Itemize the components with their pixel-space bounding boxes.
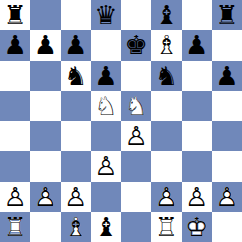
square-g1[interactable]: ♚♔ bbox=[182, 212, 212, 242]
square-g8[interactable] bbox=[182, 0, 212, 30]
piece-black-queen[interactable]: ♛ bbox=[91, 0, 121, 30]
square-a7[interactable]: ♟ bbox=[0, 30, 30, 60]
piece-white-rook[interactable]: ♜♖ bbox=[151, 212, 181, 242]
square-f7[interactable]: ♝♗ bbox=[151, 30, 181, 60]
square-d6[interactable]: ♟ bbox=[91, 61, 121, 91]
square-e6[interactable] bbox=[121, 61, 151, 91]
square-g2[interactable]: ♟♙ bbox=[182, 182, 212, 212]
square-b5[interactable] bbox=[30, 91, 60, 121]
square-e5[interactable]: ♞♘ bbox=[121, 91, 151, 121]
square-h5[interactable] bbox=[212, 91, 242, 121]
square-h2[interactable]: ♟♙ bbox=[212, 182, 242, 212]
piece-black-pawn[interactable]: ♟ bbox=[212, 61, 242, 91]
black-pawn-icon: ♟ bbox=[91, 61, 121, 91]
black-pawn-icon: ♟ bbox=[30, 30, 60, 60]
square-a4[interactable] bbox=[0, 121, 30, 151]
piece-white-pawn[interactable]: ♟♙ bbox=[91, 151, 121, 181]
square-e8[interactable] bbox=[121, 0, 151, 30]
piece-black-pawn[interactable]: ♟ bbox=[91, 61, 121, 91]
piece-white-pawn[interactable]: ♟♙ bbox=[0, 182, 30, 212]
square-a1[interactable]: ♜♖ bbox=[0, 212, 30, 242]
square-b2[interactable]: ♟♙ bbox=[30, 182, 60, 212]
square-b6[interactable] bbox=[30, 61, 60, 91]
piece-white-pawn[interactable]: ♟♙ bbox=[182, 182, 212, 212]
square-e7[interactable]: ♚ bbox=[121, 30, 151, 60]
piece-black-pawn[interactable]: ♟ bbox=[61, 30, 91, 60]
square-f5[interactable] bbox=[151, 91, 181, 121]
piece-white-bishop[interactable]: ♝♗ bbox=[151, 30, 181, 60]
white-pawn-outline-icon: ♙ bbox=[182, 182, 212, 212]
square-g5[interactable] bbox=[182, 91, 212, 121]
white-knight-outline-icon: ♘ bbox=[91, 91, 121, 121]
square-c6[interactable]: ♞ bbox=[61, 61, 91, 91]
white-bishop-outline-icon: ♗ bbox=[151, 30, 181, 60]
square-e2[interactable] bbox=[121, 182, 151, 212]
square-d3[interactable]: ♟♙ bbox=[91, 151, 121, 181]
square-d4[interactable] bbox=[91, 121, 121, 151]
square-d7[interactable] bbox=[91, 30, 121, 60]
piece-black-knight[interactable]: ♞ bbox=[61, 61, 91, 91]
square-d8[interactable]: ♛ bbox=[91, 0, 121, 30]
square-f1[interactable]: ♜♖ bbox=[151, 212, 181, 242]
square-f4[interactable] bbox=[151, 121, 181, 151]
piece-white-knight[interactable]: ♞♘ bbox=[121, 91, 151, 121]
square-h4[interactable] bbox=[212, 121, 242, 151]
piece-black-bishop[interactable]: ♝ bbox=[91, 212, 121, 242]
piece-white-king[interactable]: ♚♔ bbox=[182, 212, 212, 242]
square-e1[interactable] bbox=[121, 212, 151, 242]
white-king-outline-icon: ♔ bbox=[182, 212, 212, 242]
black-rook-icon: ♜ bbox=[0, 0, 30, 30]
white-pawn-outline-icon: ♙ bbox=[30, 182, 60, 212]
square-c1[interactable]: ♝♗ bbox=[61, 212, 91, 242]
piece-white-pawn[interactable]: ♟♙ bbox=[121, 121, 151, 151]
white-knight-outline-icon: ♘ bbox=[121, 91, 151, 121]
square-e3[interactable] bbox=[121, 151, 151, 181]
white-pawn-outline-icon: ♙ bbox=[212, 182, 242, 212]
black-bishop-icon: ♝ bbox=[151, 0, 181, 30]
square-g7[interactable]: ♟ bbox=[182, 30, 212, 60]
black-knight-icon: ♞ bbox=[61, 61, 91, 91]
white-rook-outline-icon: ♖ bbox=[0, 212, 30, 242]
square-c2[interactable]: ♟♙ bbox=[61, 182, 91, 212]
square-d5[interactable]: ♞♘ bbox=[91, 91, 121, 121]
white-rook-outline-icon: ♖ bbox=[151, 212, 181, 242]
square-f6[interactable]: ♞ bbox=[151, 61, 181, 91]
square-b7[interactable]: ♟ bbox=[30, 30, 60, 60]
piece-black-pawn[interactable]: ♟ bbox=[182, 30, 212, 60]
square-f8[interactable]: ♝ bbox=[151, 0, 181, 30]
square-g3[interactable] bbox=[182, 151, 212, 181]
black-pawn-icon: ♟ bbox=[61, 30, 91, 60]
square-f2[interactable]: ♟♙ bbox=[151, 182, 181, 212]
square-d2[interactable] bbox=[91, 182, 121, 212]
black-pawn-icon: ♟ bbox=[212, 61, 242, 91]
square-h8[interactable]: ♜ bbox=[212, 0, 242, 30]
square-c4[interactable] bbox=[61, 121, 91, 151]
square-d1[interactable]: ♝ bbox=[91, 212, 121, 242]
piece-white-knight[interactable]: ♞♘ bbox=[91, 91, 121, 121]
square-h1[interactable] bbox=[212, 212, 242, 242]
piece-white-pawn[interactable]: ♟♙ bbox=[151, 182, 181, 212]
piece-black-king[interactable]: ♚ bbox=[121, 30, 151, 60]
square-c8[interactable] bbox=[61, 0, 91, 30]
white-pawn-outline-icon: ♙ bbox=[61, 182, 91, 212]
chess-board: ♜♛♝♜♟♟♟♚♝♗♟♞♟♞♟♞♘♞♘♟♙♟♙♟♙♟♙♟♙♟♙♟♙♟♙♜♖♝♗♝… bbox=[0, 0, 242, 242]
piece-black-knight[interactable]: ♞ bbox=[151, 61, 181, 91]
piece-black-pawn[interactable]: ♟ bbox=[30, 30, 60, 60]
piece-white-rook[interactable]: ♜♖ bbox=[0, 212, 30, 242]
square-h7[interactable] bbox=[212, 30, 242, 60]
black-king-icon: ♚ bbox=[121, 30, 151, 60]
black-pawn-icon: ♟ bbox=[182, 30, 212, 60]
piece-black-rook[interactable]: ♜ bbox=[212, 0, 242, 30]
square-b4[interactable] bbox=[30, 121, 60, 151]
square-a3[interactable] bbox=[0, 151, 30, 181]
black-bishop-icon: ♝ bbox=[91, 212, 121, 242]
square-a5[interactable] bbox=[0, 91, 30, 121]
piece-white-pawn[interactable]: ♟♙ bbox=[61, 182, 91, 212]
square-c7[interactable]: ♟ bbox=[61, 30, 91, 60]
piece-black-bishop[interactable]: ♝ bbox=[151, 0, 181, 30]
piece-black-pawn[interactable]: ♟ bbox=[0, 30, 30, 60]
black-knight-icon: ♞ bbox=[151, 61, 181, 91]
white-bishop-outline-icon: ♗ bbox=[61, 212, 91, 242]
square-a8[interactable]: ♜ bbox=[0, 0, 30, 30]
black-rook-icon: ♜ bbox=[212, 0, 242, 30]
black-queen-icon: ♛ bbox=[91, 0, 121, 30]
square-a6[interactable] bbox=[0, 61, 30, 91]
square-h6[interactable]: ♟ bbox=[212, 61, 242, 91]
white-pawn-outline-icon: ♙ bbox=[0, 182, 30, 212]
square-b1[interactable] bbox=[30, 212, 60, 242]
piece-white-pawn[interactable]: ♟♙ bbox=[212, 182, 242, 212]
square-h3[interactable] bbox=[212, 151, 242, 181]
square-f3[interactable] bbox=[151, 151, 181, 181]
square-b8[interactable] bbox=[30, 0, 60, 30]
square-c3[interactable] bbox=[61, 151, 91, 181]
white-pawn-outline-icon: ♙ bbox=[91, 151, 121, 181]
square-g6[interactable] bbox=[182, 61, 212, 91]
square-b3[interactable] bbox=[30, 151, 60, 181]
square-a2[interactable]: ♟♙ bbox=[0, 182, 30, 212]
square-g4[interactable] bbox=[182, 121, 212, 151]
square-e4[interactable]: ♟♙ bbox=[121, 121, 151, 151]
white-pawn-outline-icon: ♙ bbox=[151, 182, 181, 212]
piece-white-pawn[interactable]: ♟♙ bbox=[30, 182, 60, 212]
piece-white-bishop[interactable]: ♝♗ bbox=[61, 212, 91, 242]
square-c5[interactable] bbox=[61, 91, 91, 121]
black-pawn-icon: ♟ bbox=[0, 30, 30, 60]
white-pawn-outline-icon: ♙ bbox=[121, 121, 151, 151]
piece-black-rook[interactable]: ♜ bbox=[0, 0, 30, 30]
